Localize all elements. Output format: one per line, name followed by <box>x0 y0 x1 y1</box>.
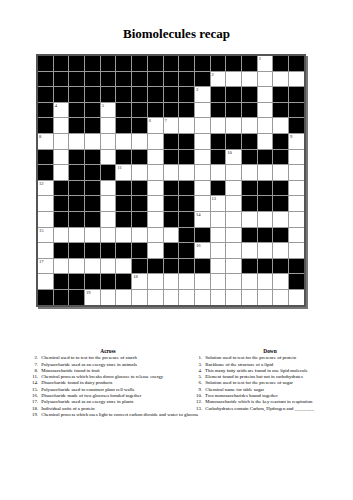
grid-cell[interactable] <box>258 103 273 118</box>
clue-number-label: 13 <box>212 196 217 201</box>
grid-cell <box>132 56 147 71</box>
grid-cell <box>132 181 147 196</box>
grid-cell[interactable] <box>211 274 226 289</box>
grid-cell <box>69 56 84 71</box>
grid-cell <box>116 103 131 118</box>
grid-cell <box>242 196 257 211</box>
grid-cell <box>164 259 179 274</box>
grid-cell[interactable] <box>273 72 288 87</box>
grid-cell[interactable] <box>116 290 131 305</box>
clue-number-label: 9 <box>290 134 292 139</box>
clue-item-text: Monosaccharide found in fruit <box>40 368 100 373</box>
grid-cell <box>132 150 147 165</box>
grid-cell <box>116 150 131 165</box>
grid-cell <box>164 243 179 258</box>
grid-cell <box>211 150 226 165</box>
grid-cell <box>116 181 131 196</box>
grid-cell <box>132 243 147 258</box>
grid-cell[interactable] <box>54 259 69 274</box>
grid-cell <box>69 103 84 118</box>
grid-cell <box>116 243 131 258</box>
grid-cell[interactable] <box>101 181 116 196</box>
grid-cell <box>69 181 84 196</box>
grid-cell <box>273 228 288 243</box>
grid-cell[interactable] <box>289 196 304 211</box>
grid-cell <box>69 243 84 258</box>
grid-cell <box>258 259 273 274</box>
grid-cell[interactable] <box>258 118 273 133</box>
grid-cell <box>54 196 69 211</box>
grid-cell <box>54 212 69 227</box>
grid-cell <box>69 150 84 165</box>
grid-cell[interactable] <box>69 228 84 243</box>
grid-cell <box>85 181 100 196</box>
grid-cell[interactable]: 11 <box>116 165 131 180</box>
grid-cell <box>164 196 179 211</box>
grid-cell[interactable] <box>38 243 53 258</box>
grid-cell <box>164 103 179 118</box>
grid-cell <box>164 87 179 102</box>
clue-number-label: 8 <box>39 134 41 139</box>
grid-cell <box>164 72 179 87</box>
clue-number-label: 18 <box>133 274 138 279</box>
clue-item-text: Polysaccharide used as an energy store i… <box>40 362 137 367</box>
grid-cell[interactable] <box>273 165 288 180</box>
grid-cell[interactable] <box>289 212 304 227</box>
grid-cell[interactable] <box>101 212 116 227</box>
grid-cell[interactable] <box>179 118 194 133</box>
clue-item-text: Carbohydrates contain Carbon, Hydrogen a… <box>204 406 314 411</box>
grid-cell[interactable] <box>226 228 241 243</box>
grid-cell[interactable] <box>273 274 288 289</box>
grid-cell[interactable] <box>289 243 304 258</box>
grid-cell[interactable]: 10 <box>226 150 241 165</box>
grid-cell[interactable] <box>148 274 163 289</box>
clue-number-label: 19 <box>86 290 91 295</box>
grid-cell[interactable] <box>226 181 241 196</box>
grid-cell <box>258 181 273 196</box>
grid-cell[interactable] <box>289 165 304 180</box>
clue-item-text: Solution used to test for the presence o… <box>204 380 293 385</box>
clue-item-text: Chemical process which breaks down gluco… <box>40 374 163 379</box>
grid-cell <box>85 274 100 289</box>
grid-cell <box>132 87 147 102</box>
grid-cell[interactable]: 15 <box>38 228 53 243</box>
grid-cell <box>164 150 179 165</box>
clue-item-text: Solution used to test for the presence o… <box>204 355 296 360</box>
grid-cell <box>179 72 194 87</box>
grid-cell[interactable] <box>101 228 116 243</box>
grid-cell <box>101 87 116 102</box>
grid-cell[interactable] <box>289 228 304 243</box>
grid-cell <box>164 134 179 149</box>
grid-cell[interactable] <box>242 274 257 289</box>
grid-cell <box>179 150 194 165</box>
grid-cell[interactable] <box>258 290 273 305</box>
grid-cell <box>69 274 84 289</box>
grid-cell <box>179 56 194 71</box>
grid-cell[interactable]: 19 <box>85 290 100 305</box>
grid-cell[interactable] <box>148 196 163 211</box>
grid-cell <box>273 259 288 274</box>
clue-item-number: 19. <box>28 412 38 418</box>
grid-cell[interactable] <box>273 290 288 305</box>
grid-cell <box>69 72 84 87</box>
grid-cell[interactable] <box>226 196 241 211</box>
clue-number-label: 3 <box>196 87 198 92</box>
grid-cell <box>101 56 116 71</box>
grid-cell <box>195 228 210 243</box>
grid-cell[interactable] <box>273 243 288 258</box>
grid-cell[interactable] <box>85 228 100 243</box>
grid-cell[interactable] <box>148 150 163 165</box>
clue-number-label: 10 <box>227 150 232 155</box>
grid-cell <box>164 212 179 227</box>
grid-cell <box>211 103 226 118</box>
grid-cell <box>226 103 241 118</box>
grid-cell <box>226 56 241 71</box>
grid-cell <box>211 56 226 71</box>
grid-cell <box>132 103 147 118</box>
grid-cell[interactable] <box>195 134 210 149</box>
grid-cell[interactable]: 16 <box>195 243 210 258</box>
grid-cell[interactable] <box>38 196 53 211</box>
grid-cell[interactable] <box>54 165 69 180</box>
clue-item-text: Polysaccharide used as an energy store i… <box>40 399 133 404</box>
clue-item-text: Disaccharide made of two glucoses bonded… <box>40 393 141 398</box>
grid-cell[interactable] <box>179 165 194 180</box>
grid-cell <box>242 103 257 118</box>
grid-cell[interactable]: 4 <box>54 103 69 118</box>
grid-cell <box>132 72 147 87</box>
grid-cell[interactable] <box>226 290 241 305</box>
grid-cell <box>85 212 100 227</box>
grid-cell <box>38 165 53 180</box>
grid-cell <box>101 72 116 87</box>
grid-cell <box>289 87 304 102</box>
grid-cell[interactable]: 3 <box>195 87 210 102</box>
grid-cell <box>54 56 69 71</box>
grid-cell[interactable] <box>195 165 210 180</box>
grid-cell <box>38 118 53 133</box>
grid-cell[interactable] <box>116 134 131 149</box>
grid-cell <box>148 56 163 71</box>
grid-cell[interactable] <box>101 134 116 149</box>
grid-cell[interactable]: 5 <box>101 103 116 118</box>
grid-cell <box>164 181 179 196</box>
grid-cell[interactable] <box>69 134 84 149</box>
grid-cell[interactable] <box>258 212 273 227</box>
page: Biomolecules recap 123456789101112131415… <box>0 0 353 500</box>
grid-cell <box>195 72 210 87</box>
grid-cell[interactable] <box>226 165 241 180</box>
grid-cell <box>132 196 147 211</box>
grid-cell <box>273 150 288 165</box>
grid-cell <box>273 103 288 118</box>
grid-cell[interactable] <box>242 212 257 227</box>
grid-cell <box>211 87 226 102</box>
grid-cell[interactable] <box>132 290 147 305</box>
grid-cell <box>116 274 131 289</box>
clue-number-label: 11 <box>117 165 121 170</box>
grid-cell[interactable] <box>211 228 226 243</box>
grid-cell[interactable] <box>164 290 179 305</box>
grid-cell <box>85 56 100 71</box>
crossword-grid: 12345678910111213141516171819 <box>36 54 306 307</box>
grid-cell[interactable] <box>164 228 179 243</box>
grid-cell[interactable]: 7 <box>164 118 179 133</box>
grid-cell <box>289 274 304 289</box>
grid-cell <box>116 196 131 211</box>
grid-cell[interactable] <box>211 290 226 305</box>
grid-cell <box>258 150 273 165</box>
grid-cell <box>195 259 210 274</box>
grid-cell[interactable] <box>195 118 210 133</box>
grid-cell[interactable] <box>148 181 163 196</box>
grid-cell[interactable] <box>148 165 163 180</box>
grid-cell[interactable] <box>164 274 179 289</box>
grid-cell <box>211 134 226 149</box>
grid-cell <box>289 103 304 118</box>
grid-cell <box>258 228 273 243</box>
grid-cell[interactable] <box>148 228 163 243</box>
grid-cell[interactable] <box>38 274 53 289</box>
grid-cell <box>54 274 69 289</box>
grid-cell[interactable] <box>116 259 131 274</box>
grid-cell[interactable] <box>195 150 210 165</box>
grid-cell[interactable] <box>179 290 194 305</box>
grid-cell <box>226 134 241 149</box>
grid-cell <box>179 243 194 258</box>
grid-cell[interactable] <box>69 259 84 274</box>
grid-cell <box>85 118 100 133</box>
clue-item-number: 13. <box>192 406 202 412</box>
grid-cell[interactable] <box>54 228 69 243</box>
grid-cell <box>116 87 131 102</box>
clue-item: 13. Carbohydrates contain Carbon, Hydrog… <box>192 406 348 412</box>
grid-cell[interactable] <box>85 134 100 149</box>
clue-number-label: 6 <box>149 118 151 123</box>
grid-cell <box>85 243 100 258</box>
grid-cell[interactable] <box>289 150 304 165</box>
grid-cell[interactable] <box>148 290 163 305</box>
grid-cell[interactable] <box>132 134 147 149</box>
clue-item-text: Chemical name for table sugar <box>204 387 264 392</box>
grid-cell <box>132 212 147 227</box>
grid-cell <box>148 259 163 274</box>
across-clues: Across 2. Chemical used to to test for t… <box>28 348 188 418</box>
grid-cell <box>195 56 210 71</box>
grid-cell[interactable]: 6 <box>148 118 163 133</box>
grid-cell <box>101 243 116 258</box>
grid-cell[interactable] <box>258 72 273 87</box>
grid-cell <box>69 87 84 102</box>
grid-cell[interactable] <box>38 212 53 227</box>
grid-cell <box>179 87 194 102</box>
grid-cell[interactable] <box>242 72 257 87</box>
grid-cell[interactable] <box>101 259 116 274</box>
grid-cell[interactable] <box>273 212 288 227</box>
clue-number-label: 5 <box>102 103 104 108</box>
grid-cell <box>85 72 100 87</box>
grid-cell <box>54 290 69 305</box>
grid-cell[interactable] <box>148 212 163 227</box>
grid-cell[interactable] <box>211 118 226 133</box>
grid-cell <box>242 150 257 165</box>
grid-cell[interactable]: 8 <box>38 134 53 149</box>
grid-cell[interactable] <box>226 118 241 133</box>
grid-cell[interactable] <box>258 134 273 149</box>
grid-cell[interactable] <box>148 134 163 149</box>
grid-cell <box>148 87 163 102</box>
clue-number-label: 12 <box>39 181 44 186</box>
grid-cell[interactable] <box>242 243 257 258</box>
grid-cell <box>38 72 53 87</box>
grid-cell[interactable]: 13 <box>211 196 226 211</box>
grid-cell[interactable] <box>54 118 69 133</box>
grid-cell <box>242 56 257 71</box>
grid-cell[interactable] <box>258 243 273 258</box>
clue-item-text: Chemical process which uses light to con… <box>40 412 199 417</box>
grid-cell[interactable] <box>289 181 304 196</box>
grid-cell <box>116 72 131 87</box>
clue-item-text: Individual units of a protein <box>40 406 95 411</box>
grid-cell[interactable] <box>195 181 210 196</box>
grid-cell <box>179 212 194 227</box>
clue-number-label: 15 <box>39 228 44 233</box>
grid-cell[interactable] <box>258 165 273 180</box>
grid-cell <box>38 150 53 165</box>
grid-cell <box>69 290 84 305</box>
grid-cell <box>38 56 53 71</box>
grid-cell <box>101 274 116 289</box>
grid-cell <box>164 56 179 71</box>
grid-cell[interactable] <box>101 196 116 211</box>
clue-item: 19. Chemical process which uses light to… <box>28 412 188 418</box>
clue-number-label: 14 <box>196 212 201 217</box>
grid-cell[interactable] <box>195 274 210 289</box>
clue-item-text: Element found in proteins but not in car… <box>204 374 303 379</box>
grid-cell <box>116 118 131 133</box>
clue-number-label: 16 <box>196 243 201 248</box>
grid-cell <box>226 87 241 102</box>
grid-cell <box>38 290 53 305</box>
grid-cell <box>179 103 194 118</box>
grid-cell[interactable] <box>211 165 226 180</box>
grid-cell[interactable] <box>273 118 288 133</box>
grid-cell[interactable] <box>226 274 241 289</box>
grid-cell <box>54 87 69 102</box>
grid-cell <box>242 87 257 102</box>
grid-cell[interactable] <box>226 212 241 227</box>
grid-cell[interactable]: 9 <box>289 134 304 149</box>
grid-cell[interactable] <box>211 259 226 274</box>
grid-cell <box>242 134 257 149</box>
grid-cell[interactable] <box>132 228 147 243</box>
grid-cell <box>132 259 147 274</box>
grid-cell[interactable] <box>226 259 241 274</box>
grid-cell <box>38 87 53 102</box>
grid-cell[interactable]: 2 <box>211 72 226 87</box>
grid-cell[interactable] <box>195 196 210 211</box>
grid-cell[interactable] <box>226 243 241 258</box>
grid-cell[interactable] <box>148 243 163 258</box>
grid-cell[interactable] <box>164 165 179 180</box>
grid-cell <box>69 212 84 227</box>
grid-cell[interactable] <box>211 243 226 258</box>
grid-cell[interactable] <box>242 118 257 133</box>
grid-cell <box>85 150 100 165</box>
grid-cell[interactable] <box>226 72 241 87</box>
grid-cell[interactable] <box>195 103 210 118</box>
clue-number-label: 7 <box>165 118 167 123</box>
across-heading: Across <box>28 348 188 354</box>
grid-cell <box>273 196 288 211</box>
grid-cell[interactable] <box>289 290 304 305</box>
grid-cell[interactable] <box>101 150 116 165</box>
grid-cell <box>179 134 194 149</box>
clue-number-label: 2 <box>212 72 214 77</box>
clue-item-text: Two monosaccharides bound together <box>204 393 278 398</box>
grid-cell <box>242 259 257 274</box>
grid-cell[interactable]: 14 <box>195 212 210 227</box>
grid-cell <box>85 87 100 102</box>
clue-item-text: This many fatty acids are found in one l… <box>204 368 308 373</box>
grid-cell <box>242 181 257 196</box>
grid-cell <box>69 196 84 211</box>
grid-cell <box>148 72 163 87</box>
grid-cell[interactable] <box>132 165 147 180</box>
grid-cell[interactable] <box>85 259 100 274</box>
grid-cell[interactable] <box>242 290 257 305</box>
grid-cell[interactable] <box>101 118 116 133</box>
grid-cell <box>179 181 194 196</box>
grid-cell[interactable] <box>258 87 273 102</box>
grid-cell <box>289 259 304 274</box>
grid-cell <box>54 243 69 258</box>
grid-cell <box>69 165 84 180</box>
clue-number-label: 1 <box>259 56 261 61</box>
grid-cell <box>132 118 147 133</box>
grid-cell <box>148 103 163 118</box>
grid-cell[interactable] <box>242 165 257 180</box>
grid-cell[interactable]: 12 <box>38 181 53 196</box>
grid-cell <box>242 228 257 243</box>
grid-cell[interactable] <box>116 228 131 243</box>
grid-cell[interactable] <box>211 212 226 227</box>
grid-cell <box>273 181 288 196</box>
grid-cell[interactable] <box>289 72 304 87</box>
down-list: 1. Solution used to test for the presenc… <box>192 355 348 412</box>
clue-item-text: Disaccharide found in dairy products <box>40 380 112 385</box>
grid-cell <box>179 228 194 243</box>
grid-cell <box>211 181 226 196</box>
grid-cell <box>116 56 131 71</box>
clue-item-text: Monosaccharide which is the key reactant… <box>204 399 312 404</box>
grid-cell[interactable] <box>195 290 210 305</box>
grid-cell[interactable] <box>258 274 273 289</box>
grid-cell[interactable]: 1 <box>258 56 273 71</box>
grid-cell <box>273 87 288 102</box>
clue-number-label: 4 <box>55 103 57 108</box>
grid-cell[interactable] <box>179 274 194 289</box>
grid-cell[interactable]: 18 <box>132 274 147 289</box>
grid-cell[interactable] <box>54 150 69 165</box>
grid-cell[interactable] <box>101 290 116 305</box>
grid-cell <box>85 103 100 118</box>
grid-cell[interactable]: 17 <box>38 259 53 274</box>
grid-cell[interactable] <box>54 134 69 149</box>
